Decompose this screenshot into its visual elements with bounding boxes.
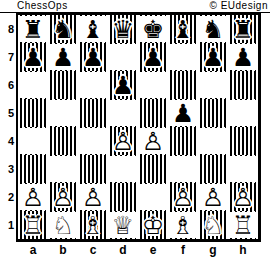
square-a7[interactable]: ♟ [18,43,48,71]
board-grid: ♜♞♝♛♚♝♞♜♟♟♟♟♟♟♟♟♟♙♟♙♟♙♟♙♟♙♟♙♟♙♟♙♜♖♞♘♝♗♛♕… [16,13,261,242]
square-g4[interactable] [198,127,228,155]
piece-fill-glyph: ♟ [228,43,258,71]
piece-fill-glyph: ♜ [228,15,258,43]
file-label-g: g [198,242,228,258]
piece-outline-glyph: ♕ [108,211,138,239]
rank-labels: 87654321 [0,15,14,239]
piece-black-rook-icon: ♜ [18,15,48,43]
square-f4[interactable] [168,127,198,155]
piece-black-rook-icon: ♜ [228,15,258,43]
square-a5[interactable] [18,99,48,127]
piece-white-pawn-icon: ♟♙ [168,183,198,211]
square-f6[interactable] [168,71,198,99]
rank-label-3: 3 [0,155,15,183]
square-d7[interactable] [108,43,138,71]
piece-outline-glyph: ♙ [108,127,138,155]
rank-label-7: 7 [0,43,15,71]
piece-fill-glyph: ♚ [138,15,168,43]
file-label-a: a [18,242,48,258]
square-h5[interactable] [228,99,258,127]
piece-black-pawn-icon: ♟ [168,99,198,127]
rank-label-4: 4 [0,127,15,155]
square-h4[interactable] [228,127,258,155]
piece-outline-glyph: ♙ [78,183,108,211]
piece-black-pawn-icon: ♟ [108,71,138,99]
square-d6[interactable]: ♟ [108,71,138,99]
rank-label-6: 6 [0,71,15,99]
square-e1[interactable]: ♚♔ [138,211,168,239]
credit-label: © EUdesign [209,0,268,11]
piece-fill-glyph: ♟ [78,43,108,71]
square-f2[interactable]: ♟♙ [168,183,198,211]
piece-black-pawn-icon: ♟ [198,43,228,71]
square-c6[interactable] [78,71,108,99]
square-g6[interactable] [198,71,228,99]
square-g5[interactable] [198,99,228,127]
piece-outline-glyph: ♗ [78,211,108,239]
piece-white-rook-icon: ♜♖ [18,211,48,239]
square-c7[interactable]: ♟ [78,43,108,71]
piece-black-pawn-icon: ♟ [48,43,78,71]
piece-white-pawn-icon: ♟♙ [18,183,48,211]
square-g1[interactable]: ♞♘ [198,211,228,239]
piece-outline-glyph: ♙ [48,183,78,211]
piece-white-knight-icon: ♞♘ [198,211,228,239]
file-label-c: c [78,242,108,258]
square-b8[interactable]: ♞ [48,15,78,43]
square-b4[interactable] [48,127,78,155]
piece-outline-glyph: ♙ [168,183,198,211]
square-f7[interactable] [168,43,198,71]
piece-fill-glyph: ♟ [168,99,198,127]
rank-label-5: 5 [0,99,15,127]
square-b2[interactable]: ♟♙ [48,183,78,211]
square-e7[interactable]: ♟ [138,43,168,71]
square-e3[interactable] [138,155,168,183]
piece-black-pawn-icon: ♟ [138,43,168,71]
square-g2[interactable]: ♟♙ [198,183,228,211]
square-e5[interactable] [138,99,168,127]
square-c5[interactable] [78,99,108,127]
square-e8[interactable]: ♚ [138,15,168,43]
square-b7[interactable]: ♟ [48,43,78,71]
square-d4[interactable]: ♟♙ [108,127,138,155]
square-e6[interactable] [138,71,168,99]
square-h7[interactable]: ♟ [228,43,258,71]
square-f5[interactable]: ♟ [168,99,198,127]
file-label-f: f [168,242,198,258]
piece-black-queen-icon: ♛ [108,15,138,43]
piece-white-pawn-icon: ♟♙ [198,183,228,211]
title-bar: ChessOps © EUdesign [0,0,270,13]
piece-white-queen-icon: ♛♕ [108,211,138,239]
square-h8[interactable]: ♜ [228,15,258,43]
square-b3[interactable] [48,155,78,183]
piece-outline-glyph: ♖ [228,211,258,239]
piece-white-knight-icon: ♞♘ [48,211,78,239]
rank-label-8: 8 [0,15,15,43]
rank-label-1: 1 [0,211,15,239]
square-g7[interactable]: ♟ [198,43,228,71]
square-f8[interactable]: ♝ [168,15,198,43]
piece-fill-glyph: ♟ [138,43,168,71]
square-b6[interactable] [48,71,78,99]
piece-black-knight-icon: ♞ [198,15,228,43]
square-g8[interactable]: ♞ [198,15,228,43]
piece-fill-glyph: ♟ [18,43,48,71]
square-f1[interactable]: ♝♗ [168,211,198,239]
square-e4[interactable]: ♟♙ [138,127,168,155]
square-h2[interactable]: ♟♙ [228,183,258,211]
square-a8[interactable]: ♜ [18,15,48,43]
piece-black-pawn-icon: ♟ [78,43,108,71]
piece-black-bishop-icon: ♝ [78,15,108,43]
piece-fill-glyph: ♜ [18,15,48,43]
piece-white-pawn-icon: ♟♙ [78,183,108,211]
square-h3[interactable] [228,155,258,183]
piece-white-pawn-icon: ♟♙ [138,127,168,155]
square-h1[interactable]: ♜♖ [228,211,258,239]
rank-label-2: 2 [0,183,15,211]
piece-black-knight-icon: ♞ [48,15,78,43]
square-a6[interactable] [18,71,48,99]
piece-outline-glyph: ♙ [198,183,228,211]
piece-outline-glyph: ♙ [18,183,48,211]
piece-fill-glyph: ♟ [108,71,138,99]
square-d8[interactable]: ♛ [108,15,138,43]
square-d1[interactable]: ♛♕ [108,211,138,239]
piece-fill-glyph: ♞ [198,15,228,43]
square-d3[interactable] [108,155,138,183]
piece-white-bishop-icon: ♝♗ [78,211,108,239]
piece-outline-glyph: ♘ [48,211,78,239]
square-a4[interactable] [18,127,48,155]
square-a2[interactable]: ♟♙ [18,183,48,211]
piece-black-bishop-icon: ♝ [168,15,198,43]
piece-fill-glyph: ♟ [198,43,228,71]
piece-outline-glyph: ♙ [228,183,258,211]
file-label-d: d [108,242,138,258]
piece-white-pawn-icon: ♟♙ [48,183,78,211]
square-d2[interactable] [108,183,138,211]
square-c3[interactable] [78,155,108,183]
app-title: ChessOps [17,0,68,11]
square-c1[interactable]: ♝♗ [78,211,108,239]
square-c8[interactable]: ♝ [78,15,108,43]
square-c2[interactable]: ♟♙ [78,183,108,211]
piece-fill-glyph: ♞ [48,15,78,43]
file-labels: abcdefgh [18,242,258,258]
piece-outline-glyph: ♖ [18,211,48,239]
file-label-h: h [228,242,258,258]
piece-outline-glyph: ♔ [138,211,168,239]
square-g3[interactable] [198,155,228,183]
file-label-b: b [48,242,78,258]
piece-white-king-icon: ♚♔ [138,211,168,239]
piece-white-pawn-icon: ♟♙ [108,127,138,155]
square-a3[interactable] [18,155,48,183]
piece-white-rook-icon: ♜♖ [228,211,258,239]
square-d5[interactable] [108,99,138,127]
piece-outline-glyph: ♙ [138,127,168,155]
square-b1[interactable]: ♞♘ [48,211,78,239]
square-c4[interactable] [78,127,108,155]
piece-fill-glyph: ♟ [48,43,78,71]
file-label-e: e [138,242,168,258]
piece-fill-glyph: ♝ [78,15,108,43]
piece-white-pawn-icon: ♟♙ [228,183,258,211]
square-a1[interactable]: ♜♖ [18,211,48,239]
square-f3[interactable] [168,155,198,183]
square-e2[interactable] [138,183,168,211]
piece-black-pawn-icon: ♟ [228,43,258,71]
piece-fill-glyph: ♝ [168,15,198,43]
piece-black-king-icon: ♚ [138,15,168,43]
piece-outline-glyph: ♗ [168,211,198,239]
square-h6[interactable] [228,71,258,99]
piece-black-pawn-icon: ♟ [18,43,48,71]
piece-white-bishop-icon: ♝♗ [168,211,198,239]
piece-outline-glyph: ♘ [198,211,228,239]
square-b5[interactable] [48,99,78,127]
piece-fill-glyph: ♛ [108,15,138,43]
